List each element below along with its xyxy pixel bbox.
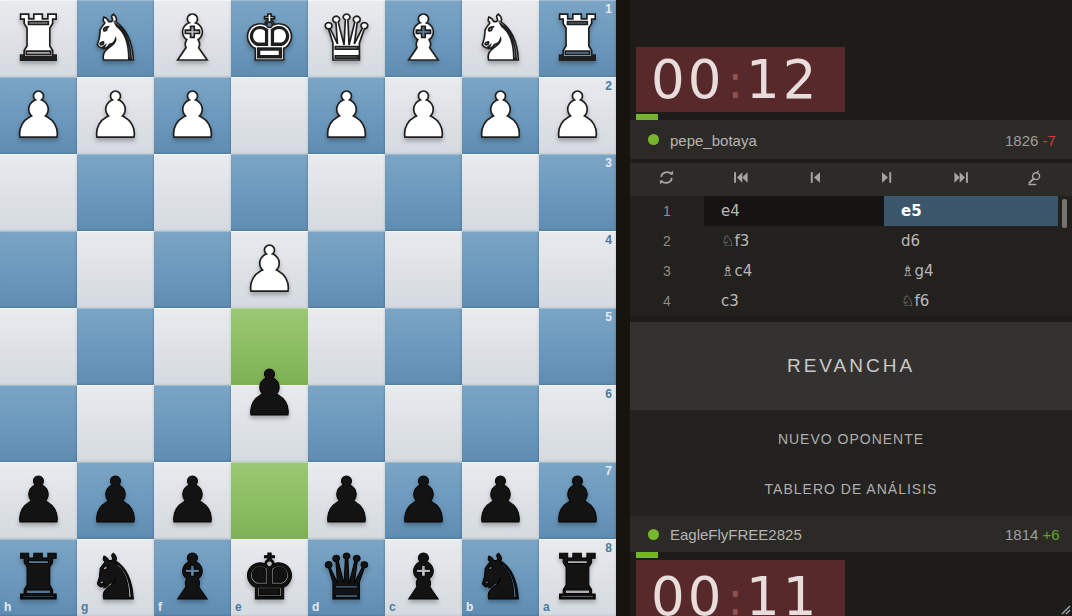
black-pawn[interactable]: ♟ — [241, 362, 297, 425]
black-rook[interactable]: ♜ — [549, 546, 605, 609]
white-bishop[interactable]: ♝ — [395, 7, 451, 70]
move-white-2[interactable]: ♘f3 — [704, 226, 884, 256]
clock-seconds: 11 — [746, 566, 819, 616]
white-rook[interactable]: ♜ — [10, 7, 66, 70]
square-f4[interactable] — [154, 231, 231, 308]
square-d4[interactable] — [308, 231, 385, 308]
player-row: EagleFlyFREE2825 1814 +6 — [630, 516, 1072, 552]
white-pawn[interactable]: ♟ — [10, 84, 66, 147]
clock-seconds: 12 — [746, 49, 819, 110]
analysis-board-button[interactable]: TABLERO DE ANÁLISIS — [630, 481, 1072, 497]
last-move-button[interactable] — [948, 169, 974, 191]
side-panel: 00:12 pepe_botaya 1826 -7 1e4e52♘f3d63♗c… — [630, 0, 1072, 616]
square-c1[interactable]: ♝ — [385, 0, 462, 77]
square-b6[interactable] — [462, 385, 539, 462]
rank-label-8: 8 — [605, 542, 612, 554]
white-pawn[interactable]: ♟ — [472, 84, 528, 147]
first-move-button[interactable] — [727, 169, 753, 191]
first-move-icon — [732, 169, 749, 190]
black-bishop[interactable]: ♝ — [395, 546, 451, 609]
black-pawn[interactable]: ♟ — [318, 469, 374, 532]
white-pawn[interactable]: ♟ — [318, 84, 374, 147]
square-g6[interactable] — [77, 385, 154, 462]
square-b1[interactable]: ♞ — [462, 0, 539, 77]
square-e2[interactable] — [231, 77, 308, 154]
rank-label-7: 7 — [605, 465, 612, 477]
move-number: 2 — [630, 226, 704, 256]
square-h1[interactable]: ♜ — [0, 0, 77, 77]
square-g3[interactable] — [77, 154, 154, 231]
flip-board-icon — [657, 168, 676, 191]
file-label-f: f — [158, 601, 162, 613]
square-d8[interactable]: ♛d — [308, 539, 385, 616]
move-black-2[interactable]: d6 — [884, 226, 1058, 256]
square-b3[interactable] — [462, 154, 539, 231]
opponent-rating-diff: -7 — [1043, 131, 1056, 148]
player-name[interactable]: EagleFlyFREE2825 — [670, 526, 802, 543]
move-row-2: 2♘f3d6 — [630, 226, 1072, 256]
black-pawn[interactable]: ♟ — [164, 469, 220, 532]
square-e3[interactable] — [231, 154, 308, 231]
post-game-actions: NUEVO OPONENTE TABLERO DE ANÁLISIS — [630, 410, 1072, 516]
square-d7[interactable]: ♟ — [308, 462, 385, 539]
opponent-rating: 1826 -7 — [1005, 131, 1056, 148]
white-pawn[interactable]: ♟ — [395, 84, 451, 147]
clock-colon: : — [724, 55, 746, 109]
square-c3[interactable] — [385, 154, 462, 231]
black-knight[interactable]: ♞ — [472, 546, 528, 609]
black-rook[interactable]: ♜ — [10, 546, 66, 609]
square-h2[interactable]: ♟ — [0, 77, 77, 154]
opponent-player-row: pepe_botaya 1826 -7 — [630, 120, 1072, 159]
rematch-button[interactable]: REVANCHA — [630, 322, 1072, 410]
file-label-b: b — [466, 601, 473, 613]
move-black-3[interactable]: ♗g4 — [884, 256, 1058, 286]
rank-label-6: 6 — [605, 388, 612, 400]
square-f8[interactable]: ♝f — [154, 539, 231, 616]
next-move-icon — [879, 169, 896, 190]
analysis-button[interactable] — [1022, 169, 1048, 191]
file-label-a: a — [543, 601, 550, 613]
square-h7[interactable]: ♟ — [0, 462, 77, 539]
black-pawn[interactable]: ♟ — [549, 469, 605, 532]
square-c4[interactable] — [385, 231, 462, 308]
file-label-d: d — [312, 601, 319, 613]
square-b7[interactable]: ♟ — [462, 462, 539, 539]
white-pawn[interactable]: ♟ — [549, 84, 605, 147]
square-c7[interactable]: ♟ — [385, 462, 462, 539]
file-label-g: g — [81, 601, 88, 613]
black-king[interactable]: ♚ — [241, 546, 297, 609]
square-f7[interactable]: ♟ — [154, 462, 231, 539]
rank-label-5: 5 — [605, 311, 612, 323]
move-list-scrollbar[interactable] — [1062, 199, 1067, 228]
square-f6[interactable] — [154, 385, 231, 462]
white-pawn[interactable]: ♟ — [164, 84, 220, 147]
square-d3[interactable] — [308, 154, 385, 231]
move-row-4: 4c3♘f6 — [630, 286, 1072, 316]
new-opponent-button[interactable]: NUEVO OPONENTE — [630, 431, 1072, 447]
square-b5[interactable] — [462, 308, 539, 385]
move-white-3[interactable]: ♗c4 — [704, 256, 884, 286]
square-h3[interactable] — [0, 154, 77, 231]
move-white-4[interactable]: c3 — [704, 286, 884, 316]
black-pawn[interactable]: ♟ — [472, 469, 528, 532]
square-c5[interactable] — [385, 308, 462, 385]
flip-board-button[interactable] — [654, 169, 680, 191]
rank-label-3: 3 — [605, 157, 612, 169]
square-e8[interactable]: ♚e — [231, 539, 308, 616]
square-c8[interactable]: ♝c — [385, 539, 462, 616]
white-rook[interactable]: ♜ — [549, 7, 605, 70]
square-a1[interactable]: ♜1 — [539, 0, 616, 77]
square-b2[interactable]: ♟ — [462, 77, 539, 154]
square-e5[interactable]: ♟ — [231, 308, 308, 385]
next-move-button[interactable] — [875, 169, 901, 191]
square-g1[interactable]: ♞ — [77, 0, 154, 77]
square-a4[interactable]: 4 — [539, 231, 616, 308]
white-knight[interactable]: ♞ — [87, 7, 143, 70]
player-time-bar — [636, 552, 658, 558]
square-d2[interactable]: ♟ — [308, 77, 385, 154]
black-pawn[interactable]: ♟ — [10, 469, 66, 532]
square-h8[interactable]: ♜h — [0, 539, 77, 616]
move-number: 4 — [630, 286, 704, 316]
online-indicator-icon — [648, 134, 659, 145]
square-a3[interactable]: 3 — [539, 154, 616, 231]
move-list: 1e4e52♘f3d63♗c4♗g44c3♘f6 — [630, 196, 1072, 316]
move-white-1[interactable]: e4 — [704, 196, 884, 226]
file-label-h: h — [4, 601, 11, 613]
white-queen[interactable]: ♛ — [318, 7, 374, 70]
white-pawn[interactable]: ♟ — [241, 238, 297, 301]
rank-label-4: 4 — [605, 234, 612, 246]
clock-minutes: 00 — [651, 566, 724, 616]
last-move-icon — [953, 169, 970, 190]
square-f3[interactable] — [154, 154, 231, 231]
move-row-3: 3♗c4♗g4 — [630, 256, 1072, 286]
player-clock: 00:11 — [636, 560, 845, 616]
square-g4[interactable] — [77, 231, 154, 308]
online-indicator-icon — [648, 529, 659, 540]
black-pawn[interactable]: ♟ — [395, 469, 451, 532]
rank-label-1: 1 — [605, 3, 612, 15]
previous-move-icon — [806, 169, 823, 190]
square-c2[interactable]: ♟ — [385, 77, 462, 154]
rank-label-2: 2 — [605, 80, 612, 92]
square-g2[interactable]: ♟ — [77, 77, 154, 154]
square-g5[interactable] — [77, 308, 154, 385]
square-a2[interactable]: ♟2 — [539, 77, 616, 154]
move-black-1[interactable]: e5 — [884, 196, 1058, 226]
black-queen[interactable]: ♛ — [318, 546, 374, 609]
square-g8[interactable]: ♞g — [77, 539, 154, 616]
square-e1[interactable]: ♚ — [231, 0, 308, 77]
square-a6[interactable]: 6 — [539, 385, 616, 462]
square-b4[interactable] — [462, 231, 539, 308]
square-h5[interactable] — [0, 308, 77, 385]
move-black-4[interactable]: ♘f6 — [884, 286, 1058, 316]
opponent-clock: 00:12 — [636, 47, 845, 112]
square-f1[interactable]: ♝ — [154, 0, 231, 77]
clock-colon: : — [724, 572, 746, 616]
move-rows-container: 1e4e52♘f3d63♗c4♗g44c3♘f6 — [630, 196, 1072, 316]
square-c6[interactable] — [385, 385, 462, 462]
analysis-icon — [1026, 169, 1044, 191]
square-d6[interactable] — [308, 385, 385, 462]
board-resize-handle[interactable] — [1059, 603, 1071, 615]
move-number: 1 — [630, 196, 704, 226]
file-label-e: e — [235, 601, 242, 613]
square-e7[interactable] — [231, 462, 308, 539]
file-label-c: c — [389, 601, 396, 613]
square-a8[interactable]: ♜8a — [539, 539, 616, 616]
previous-move-button[interactable] — [801, 169, 827, 191]
move-nav-bar — [630, 163, 1072, 196]
square-e4[interactable]: ♟ — [231, 231, 308, 308]
black-bishop[interactable]: ♝ — [164, 546, 220, 609]
square-a5[interactable]: 5 — [539, 308, 616, 385]
clock-minutes: 00 — [651, 49, 724, 110]
move-row-1: 1e4e5 — [630, 196, 1072, 226]
square-f5[interactable] — [154, 308, 231, 385]
opponent-name[interactable]: pepe_botaya — [670, 131, 757, 148]
square-g7[interactable]: ♟ — [77, 462, 154, 539]
square-a7[interactable]: ♟7 — [539, 462, 616, 539]
white-king[interactable]: ♚ — [241, 7, 297, 70]
white-pawn[interactable]: ♟ — [87, 84, 143, 147]
white-bishop[interactable]: ♝ — [164, 7, 220, 70]
square-b8[interactable]: ♞b — [462, 539, 539, 616]
move-number: 3 — [630, 256, 704, 286]
game-screen: ♜♞♝♚♛♝♞♜1♟♟♟♟♟♟♟23♟4♟56♟♟♟♟♟♟♟7♜h♞g♝f♚e♛… — [0, 0, 1072, 616]
square-h4[interactable] — [0, 231, 77, 308]
chess-board: ♜♞♝♚♛♝♞♜1♟♟♟♟♟♟♟23♟4♟56♟♟♟♟♟♟♟7♜h♞g♝f♚e♛… — [0, 0, 616, 616]
black-knight[interactable]: ♞ — [87, 546, 143, 609]
white-knight[interactable]: ♞ — [472, 7, 528, 70]
square-h6[interactable] — [0, 385, 77, 462]
player-rating: 1814 +6 — [1005, 526, 1060, 543]
player-rating-diff: +6 — [1043, 526, 1060, 543]
square-d5[interactable] — [308, 308, 385, 385]
black-pawn[interactable]: ♟ — [87, 469, 143, 532]
square-d1[interactable]: ♛ — [308, 0, 385, 77]
square-f2[interactable]: ♟ — [154, 77, 231, 154]
